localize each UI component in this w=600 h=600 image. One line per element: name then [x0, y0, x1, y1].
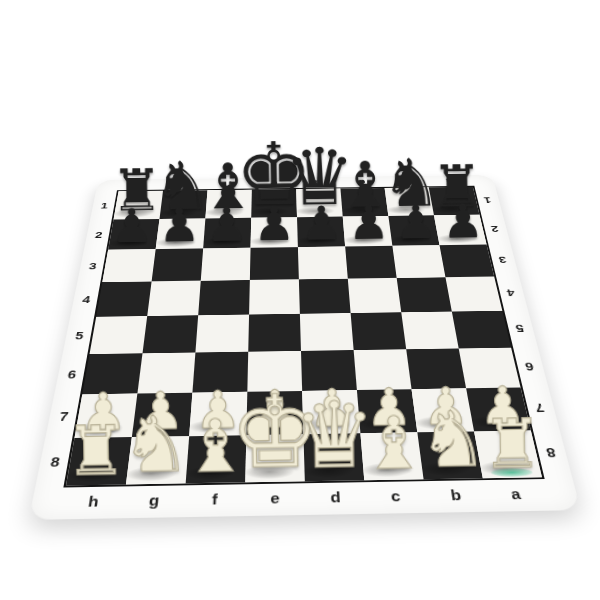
- file-label-bottom-g: g: [122, 483, 186, 518]
- square-a3[interactable]: [440, 245, 495, 278]
- square-g4[interactable]: [147, 281, 201, 316]
- square-e5[interactable]: [248, 314, 301, 352]
- square-e4[interactable]: [249, 279, 300, 314]
- file-label-bottom-a: a: [483, 477, 550, 512]
- product-photo-scene: ♜♞♝♚♛♝♞♜♟♟♟♟♟♟♟♟♟♟♟♟♟♟♟♟♜♞♝♚♛♝♞♜ 11hh22g…: [0, 0, 600, 600]
- square-a4[interactable]: [445, 277, 502, 312]
- square-b8[interactable]: ♞: [417, 431, 482, 479]
- square-d2[interactable]: ♟: [297, 217, 345, 248]
- square-a8[interactable]: ♜: [474, 430, 542, 478]
- piece-white-knight-b8[interactable]: ♞: [418, 401, 488, 479]
- piece-black-pawn-f2[interactable]: ♟: [205, 201, 247, 248]
- square-b4[interactable]: [397, 277, 452, 312]
- piece-black-pawn-d2[interactable]: ♟: [300, 200, 342, 247]
- square-g5[interactable]: [142, 315, 198, 353]
- piece-black-pawn-e2[interactable]: ♟: [253, 201, 295, 248]
- piece-black-pawn-g2[interactable]: ♟: [158, 202, 200, 249]
- square-h4[interactable]: [96, 281, 151, 316]
- file-label-bottom-e: e: [245, 481, 306, 516]
- square-f5[interactable]: [195, 315, 249, 353]
- square-c2[interactable]: ♟: [343, 216, 393, 247]
- file-label-bottom-f: f: [183, 482, 245, 517]
- square-c3[interactable]: [345, 246, 396, 279]
- square-b5[interactable]: [401, 312, 458, 350]
- piece-black-pawn-c2[interactable]: ♟: [347, 200, 389, 247]
- square-a2[interactable]: ♟: [434, 215, 487, 245]
- piece-white-rook-h8[interactable]: ♜: [64, 417, 126, 486]
- square-e2[interactable]: ♟: [251, 217, 298, 248]
- square-d5[interactable]: [300, 313, 354, 351]
- square-g2[interactable]: ♟: [156, 218, 206, 249]
- square-b2[interactable]: ♟: [388, 215, 439, 246]
- square-d4[interactable]: [299, 279, 351, 314]
- square-c4[interactable]: [348, 278, 401, 313]
- piece-black-pawn-b2[interactable]: ♟: [395, 199, 437, 246]
- square-g8[interactable]: ♞: [126, 436, 189, 484]
- square-c5[interactable]: [351, 312, 407, 350]
- board-tilt-wrapper: ♜♞♝♚♛♝♞♜♟♟♟♟♟♟♟♟♟♟♟♟♟♟♟♟♜♞♝♚♛♝♞♜ 11hh22g…: [29, 175, 581, 520]
- file-label-bottom-d: d: [305, 480, 367, 515]
- square-c8[interactable]: ♝: [360, 432, 423, 480]
- square-e3[interactable]: [250, 247, 299, 280]
- piece-white-knight-g8[interactable]: ♞: [120, 406, 190, 484]
- file-label-bottom-h: h: [60, 484, 126, 519]
- piece-white-rook-a8[interactable]: ♜: [481, 410, 542, 478]
- chess-mat: ♜♞♝♚♛♝♞♜♟♟♟♟♟♟♟♟♟♟♟♟♟♟♟♟♜♞♝♚♛♝♞♜ 11hh22g…: [29, 175, 581, 520]
- square-d8[interactable]: ♛: [303, 433, 364, 481]
- square-h2[interactable]: ♟: [108, 219, 159, 250]
- square-h3[interactable]: [102, 249, 155, 282]
- file-label-bottom-b: b: [424, 478, 489, 513]
- square-g3[interactable]: [152, 248, 204, 281]
- square-h5[interactable]: [90, 316, 148, 354]
- piece-black-pawn-a2[interactable]: ♟: [442, 198, 484, 245]
- piece-black-pawn-h2[interactable]: ♟: [110, 203, 152, 250]
- square-f4[interactable]: [198, 280, 250, 315]
- square-f2[interactable]: ♟: [203, 218, 251, 249]
- square-d3[interactable]: [298, 247, 348, 280]
- square-f3[interactable]: [201, 248, 251, 281]
- square-a5[interactable]: [452, 311, 511, 349]
- piece-white-bishop-c8[interactable]: ♝: [361, 407, 427, 480]
- chess-board: ♜♞♝♚♛♝♞♜♟♟♟♟♟♟♟♟♟♟♟♟♟♟♟♟♜♞♝♚♛♝♞♜: [63, 186, 544, 488]
- square-b3[interactable]: [392, 245, 445, 278]
- file-label-bottom-c: c: [364, 479, 428, 514]
